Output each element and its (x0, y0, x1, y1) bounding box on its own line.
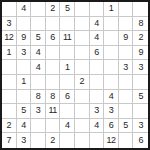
empty-cell-r4c5[interactable] (60, 46, 75, 61)
clue-cell-r5c5: 1 (60, 60, 75, 75)
empty-cell-r8c5[interactable] (60, 104, 75, 119)
empty-cell-r3c6[interactable] (75, 31, 90, 46)
clue-cell-r8c3: 3 (31, 104, 46, 119)
clue-cell-r1c4: 2 (46, 2, 61, 17)
empty-cell-r10c5[interactable] (60, 133, 75, 148)
clue-cell-r1c2: 4 (17, 2, 32, 17)
empty-cell-r1c3[interactable] (31, 2, 46, 17)
clue-cell-r10c1: 7 (2, 133, 17, 148)
clue-cell-r6c2: 1 (17, 75, 32, 90)
clue-cell-r7c4: 8 (46, 90, 61, 105)
empty-cell-r10c9[interactable] (119, 133, 134, 148)
clue-cell-r6c6: 2 (75, 75, 90, 90)
empty-cell-r5c4[interactable] (46, 60, 61, 75)
clue-cell-r10c10: 6 (133, 133, 148, 148)
clue-cell-r2c1: 3 (2, 17, 17, 32)
clue-cell-r9c2: 4 (17, 119, 32, 134)
empty-cell-r6c3[interactable] (31, 75, 46, 90)
empty-cell-r7c9[interactable] (119, 90, 134, 105)
clue-cell-r5c3: 4 (31, 60, 46, 75)
empty-cell-r6c7[interactable] (90, 75, 105, 90)
clue-cell-r3c4: 6 (46, 31, 61, 46)
empty-cell-r1c10[interactable] (133, 2, 148, 17)
empty-cell-r5c7[interactable] (90, 60, 105, 75)
clue-cell-r9c7: 4 (90, 119, 105, 134)
empty-cell-r2c5[interactable] (60, 17, 75, 32)
empty-cell-r1c1[interactable] (2, 2, 17, 17)
empty-cell-r4c4[interactable] (46, 46, 61, 61)
empty-cell-r7c7[interactable] (90, 90, 105, 105)
clue-cell-r10c8: 12 (104, 133, 119, 148)
clue-cell-r3c7: 4 (90, 31, 105, 46)
empty-cell-r4c9[interactable] (119, 46, 134, 61)
clue-cell-r2c7: 4 (90, 17, 105, 32)
clue-cell-r3c3: 5 (31, 31, 46, 46)
clue-cell-r3c2: 9 (17, 31, 32, 46)
clue-cell-r2c10: 8 (133, 17, 148, 32)
empty-cell-r6c1[interactable] (2, 75, 17, 90)
empty-cell-r9c3[interactable] (31, 119, 46, 134)
clue-cell-r9c5: 4 (60, 119, 75, 134)
clue-cell-r4c3: 4 (31, 46, 46, 61)
clue-cell-r8c8: 3 (104, 104, 119, 119)
empty-cell-r2c3[interactable] (31, 17, 46, 32)
clue-cell-r3c9: 9 (119, 31, 134, 46)
clue-cell-r8c7: 3 (90, 104, 105, 119)
empty-cell-r6c9[interactable] (119, 75, 134, 90)
empty-cell-r1c9[interactable] (119, 2, 134, 17)
empty-cell-r6c5[interactable] (60, 75, 75, 90)
empty-cell-r8c9[interactable] (119, 104, 134, 119)
empty-cell-r8c10[interactable] (133, 104, 148, 119)
empty-cell-r6c8[interactable] (104, 75, 119, 90)
clue-cell-r7c10: 5 (133, 90, 148, 105)
empty-cell-r2c9[interactable] (119, 17, 134, 32)
clue-cell-r8c4: 11 (46, 104, 61, 119)
clue-cell-r4c10: 9 (133, 46, 148, 61)
clue-cell-r7c8: 4 (104, 90, 119, 105)
clue-cell-r3c1: 12 (2, 31, 17, 46)
clue-cell-r10c2: 3 (17, 133, 32, 148)
clue-cell-r3c5: 11 (60, 31, 75, 46)
empty-cell-r5c2[interactable] (17, 60, 32, 75)
empty-cell-r4c8[interactable] (104, 46, 119, 61)
empty-cell-r3c8[interactable] (104, 31, 119, 46)
empty-cell-r2c8[interactable] (104, 17, 119, 32)
empty-cell-r10c6[interactable] (75, 133, 90, 148)
empty-cell-r8c1[interactable] (2, 104, 17, 119)
clue-cell-r1c8: 1 (104, 2, 119, 17)
clue-cell-r7c5: 6 (60, 90, 75, 105)
empty-cell-r2c2[interactable] (17, 17, 32, 32)
empty-cell-r5c8[interactable] (104, 60, 119, 75)
empty-cell-r10c3[interactable] (31, 133, 46, 148)
clue-cell-r4c7: 6 (90, 46, 105, 61)
empty-cell-r4c6[interactable] (75, 46, 90, 61)
clue-cell-r1c5: 5 (60, 2, 75, 17)
empty-cell-r6c4[interactable] (46, 75, 61, 90)
empty-cell-r9c4[interactable] (46, 119, 61, 134)
clue-cell-r7c3: 8 (31, 90, 46, 105)
clue-cell-r8c2: 5 (17, 104, 32, 119)
empty-cell-r7c2[interactable] (17, 90, 32, 105)
clue-cell-r10c4: 2 (46, 133, 61, 148)
clue-cell-r9c9: 5 (119, 119, 134, 134)
clue-cell-r9c10: 3 (133, 119, 148, 134)
empty-cell-r2c6[interactable] (75, 17, 90, 32)
empty-cell-r5c1[interactable] (2, 60, 17, 75)
clue-cell-r3c10: 2 (133, 31, 148, 46)
clue-cell-r5c10: 3 (133, 60, 148, 75)
clue-cell-r9c1: 2 (2, 119, 17, 134)
empty-cell-r8c6[interactable] (75, 104, 90, 119)
clue-cell-r9c8: 6 (104, 119, 119, 134)
empty-cell-r9c6[interactable] (75, 119, 90, 134)
empty-cell-r10c7[interactable] (90, 133, 105, 148)
empty-cell-r7c1[interactable] (2, 90, 17, 105)
clue-cell-r4c1: 1 (2, 46, 17, 61)
empty-cell-r7c6[interactable] (75, 90, 90, 105)
empty-cell-r2c4[interactable] (46, 17, 61, 32)
clue-cell-r5c9: 3 (119, 60, 134, 75)
empty-cell-r6c10[interactable] (133, 75, 148, 90)
empty-cell-r1c6[interactable] (75, 2, 90, 17)
puzzle-board: 4251348129561149213469413312886455311332… (0, 0, 150, 150)
empty-cell-r5c6[interactable] (75, 60, 90, 75)
empty-cell-r1c7[interactable] (90, 2, 105, 17)
clue-cell-r4c2: 3 (17, 46, 32, 61)
